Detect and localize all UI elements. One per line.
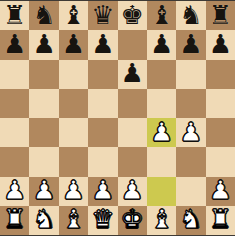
piece-white-queen[interactable]: ♛: [91, 206, 114, 232]
piece-white-pawn[interactable]: ♟: [121, 177, 144, 203]
piece-black-pawn[interactable]: ♟: [3, 31, 26, 57]
square-c4[interactable]: [59, 118, 88, 147]
square-h8[interactable]: ♜: [206, 1, 235, 30]
square-e8[interactable]: ♚: [118, 1, 147, 30]
square-e4[interactable]: [118, 118, 147, 147]
piece-black-rook[interactable]: ♜: [209, 2, 232, 28]
chess-board: ♜♞♝♛♚♝♞♜♟♟♟♟♟♟♟♟♟♟♟♟♟♟♟♟♜♞♝♛♚♝♞♜: [0, 0, 235, 236]
piece-black-bishop[interactable]: ♝: [62, 2, 85, 28]
square-g4[interactable]: ♟: [176, 118, 205, 147]
piece-white-king[interactable]: ♚: [121, 206, 144, 232]
square-b4[interactable]: [29, 118, 58, 147]
square-h1[interactable]: ♜: [206, 206, 235, 235]
piece-black-knight[interactable]: ♞: [179, 2, 202, 28]
piece-black-pawn[interactable]: ♟: [150, 31, 173, 57]
square-g7[interactable]: ♟: [176, 30, 205, 59]
square-e6[interactable]: ♟: [118, 60, 147, 89]
square-f6[interactable]: [147, 60, 176, 89]
square-e2[interactable]: ♟: [118, 177, 147, 206]
piece-black-rook[interactable]: ♜: [3, 2, 26, 28]
square-a7[interactable]: ♟: [0, 30, 29, 59]
square-f5[interactable]: [147, 89, 176, 118]
piece-black-pawn[interactable]: ♟: [62, 31, 85, 57]
square-b1[interactable]: ♞: [29, 206, 58, 235]
square-a8[interactable]: ♜: [0, 1, 29, 30]
square-d1[interactable]: ♛: [88, 206, 117, 235]
square-c2[interactable]: ♟: [59, 177, 88, 206]
square-c8[interactable]: ♝: [59, 1, 88, 30]
square-c3[interactable]: [59, 147, 88, 176]
square-h5[interactable]: [206, 89, 235, 118]
square-g3[interactable]: [176, 147, 205, 176]
piece-black-pawn[interactable]: ♟: [121, 60, 144, 86]
square-c6[interactable]: [59, 60, 88, 89]
square-e5[interactable]: [118, 89, 147, 118]
square-b5[interactable]: [29, 89, 58, 118]
square-c5[interactable]: [59, 89, 88, 118]
square-h2[interactable]: ♟: [206, 177, 235, 206]
square-h7[interactable]: ♟: [206, 30, 235, 59]
piece-black-pawn[interactable]: ♟: [91, 31, 114, 57]
piece-black-pawn[interactable]: ♟: [209, 31, 232, 57]
square-f4[interactable]: ♟: [147, 118, 176, 147]
square-b3[interactable]: [29, 147, 58, 176]
square-c1[interactable]: ♝: [59, 206, 88, 235]
square-a2[interactable]: ♟: [0, 177, 29, 206]
piece-white-pawn[interactable]: ♟: [91, 177, 114, 203]
square-e1[interactable]: ♚: [118, 206, 147, 235]
square-h3[interactable]: [206, 147, 235, 176]
square-d2[interactable]: ♟: [88, 177, 117, 206]
square-h4[interactable]: [206, 118, 235, 147]
square-b7[interactable]: ♟: [29, 30, 58, 59]
square-f1[interactable]: ♝: [147, 206, 176, 235]
piece-white-bishop[interactable]: ♝: [62, 206, 85, 232]
square-d6[interactable]: [88, 60, 117, 89]
square-d4[interactable]: [88, 118, 117, 147]
piece-white-pawn[interactable]: ♟: [150, 119, 173, 145]
square-f8[interactable]: ♝: [147, 1, 176, 30]
square-g8[interactable]: ♞: [176, 1, 205, 30]
piece-white-rook[interactable]: ♜: [209, 206, 232, 232]
square-a4[interactable]: [0, 118, 29, 147]
piece-white-pawn[interactable]: ♟: [3, 177, 26, 203]
square-d8[interactable]: ♛: [88, 1, 117, 30]
square-f3[interactable]: [147, 147, 176, 176]
square-a1[interactable]: ♜: [0, 206, 29, 235]
square-d5[interactable]: [88, 89, 117, 118]
piece-black-bishop[interactable]: ♝: [150, 2, 173, 28]
square-e7[interactable]: [118, 30, 147, 59]
piece-black-pawn[interactable]: ♟: [179, 31, 202, 57]
square-g5[interactable]: [176, 89, 205, 118]
square-h6[interactable]: [206, 60, 235, 89]
piece-white-pawn[interactable]: ♟: [179, 119, 202, 145]
square-a3[interactable]: [0, 147, 29, 176]
piece-white-bishop[interactable]: ♝: [150, 206, 173, 232]
square-c7[interactable]: ♟: [59, 30, 88, 59]
piece-white-knight[interactable]: ♞: [179, 206, 202, 232]
square-g2[interactable]: [176, 177, 205, 206]
piece-black-pawn[interactable]: ♟: [32, 31, 55, 57]
square-b2[interactable]: ♟: [29, 177, 58, 206]
square-f7[interactable]: ♟: [147, 30, 176, 59]
piece-white-pawn[interactable]: ♟: [209, 177, 232, 203]
square-g1[interactable]: ♞: [176, 206, 205, 235]
square-b8[interactable]: ♞: [29, 1, 58, 30]
square-a5[interactable]: [0, 89, 29, 118]
piece-white-rook[interactable]: ♜: [3, 206, 26, 232]
piece-white-pawn[interactable]: ♟: [32, 177, 55, 203]
piece-black-king[interactable]: ♚: [121, 2, 144, 28]
piece-black-knight[interactable]: ♞: [32, 2, 55, 28]
square-f2[interactable]: [147, 177, 176, 206]
piece-white-pawn[interactable]: ♟: [62, 177, 85, 203]
square-e3[interactable]: [118, 147, 147, 176]
square-d7[interactable]: ♟: [88, 30, 117, 59]
piece-black-queen[interactable]: ♛: [91, 2, 114, 28]
piece-white-knight[interactable]: ♞: [32, 206, 55, 232]
square-b6[interactable]: [29, 60, 58, 89]
square-d3[interactable]: [88, 147, 117, 176]
square-g6[interactable]: [176, 60, 205, 89]
square-a6[interactable]: [0, 60, 29, 89]
